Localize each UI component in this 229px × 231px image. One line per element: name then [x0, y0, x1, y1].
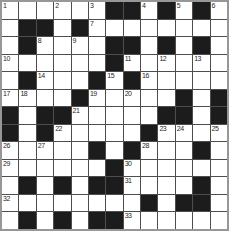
clue-number-8: 8: [38, 37, 41, 45]
cell-r5c3[interactable]: 14: [37, 72, 53, 89]
clue-number-16: 16: [142, 72, 149, 80]
cell-r10c3[interactable]: [37, 160, 53, 177]
black-cell-r3c7: [106, 37, 122, 54]
clue-number-4: 4: [142, 2, 145, 10]
cell-r12c6[interactable]: [89, 195, 105, 212]
cell-r4c8[interactable]: 11: [124, 55, 140, 72]
cell-r4c13[interactable]: [211, 55, 227, 72]
cell-r1c4[interactable]: 2: [54, 2, 70, 19]
cell-r10c11[interactable]: [176, 160, 192, 177]
cell-r13c9[interactable]: [141, 212, 157, 229]
black-cell-r4c7: [106, 55, 122, 72]
cell-r12c10[interactable]: [158, 195, 174, 212]
cell-r3c6[interactable]: [89, 37, 105, 54]
cell-r6c9[interactable]: [141, 90, 157, 107]
black-cell-r11c12: [193, 177, 209, 194]
cell-r3c5[interactable]: 9: [72, 37, 88, 54]
cell-r6c3[interactable]: [37, 90, 53, 107]
cell-r6c8[interactable]: 20: [124, 90, 140, 107]
black-cell-r12c11: [176, 195, 192, 212]
black-cell-r6c11: [176, 90, 192, 107]
clue-number-29: 29: [3, 160, 10, 168]
cell-r8c8[interactable]: [124, 125, 140, 142]
black-cell-r1c10: [158, 2, 174, 19]
black-cell-r9c8: [124, 142, 140, 159]
cell-r3c9[interactable]: [141, 37, 157, 54]
cell-r11c5[interactable]: [72, 177, 88, 194]
black-cell-r13c4: [54, 212, 70, 229]
black-cell-r6c13: [211, 90, 227, 107]
cell-r8c13[interactable]: 25: [211, 125, 227, 142]
clue-number-25: 25: [212, 125, 219, 133]
cell-r12c5[interactable]: [72, 195, 88, 212]
cell-r1c2[interactable]: [19, 2, 35, 19]
clue-number-24: 24: [177, 125, 184, 133]
clue-number-23: 23: [159, 125, 166, 133]
cell-r10c6[interactable]: [89, 160, 105, 177]
cell-r11c11[interactable]: [176, 177, 192, 194]
cell-r7c6[interactable]: [89, 107, 105, 124]
black-cell-r11c2: [19, 177, 35, 194]
clue-number-13: 13: [194, 55, 201, 63]
cell-r5c1[interactable]: [2, 72, 18, 89]
cell-r4c6[interactable]: [89, 55, 105, 72]
cell-r9c5[interactable]: [72, 142, 88, 159]
cell-r13c3[interactable]: [37, 212, 53, 229]
cell-r12c1[interactable]: 32: [2, 195, 18, 212]
cell-r5c4[interactable]: [54, 72, 70, 89]
black-cell-r8c9: [141, 125, 157, 142]
cell-r11c10[interactable]: [158, 177, 174, 194]
black-cell-r1c7: [106, 2, 122, 19]
cell-r7c5[interactable]: 21: [72, 107, 88, 124]
cell-r4c11[interactable]: [176, 55, 192, 72]
cell-r9c1[interactable]: 26: [2, 142, 18, 159]
cell-r6c6[interactable]: 19: [89, 90, 105, 107]
black-cell-r3c2: [19, 37, 35, 54]
black-cell-r6c5: [72, 90, 88, 107]
cell-r10c8[interactable]: 30: [124, 160, 140, 177]
cell-r7c7[interactable]: [106, 107, 122, 124]
cell-r10c12[interactable]: [193, 160, 209, 177]
black-cell-r5c6: [89, 72, 105, 89]
cell-r2c6[interactable]: 7: [89, 20, 105, 37]
clue-number-18: 18: [20, 90, 27, 98]
black-cell-r13c7: [106, 212, 122, 229]
cell-r8c2[interactable]: [19, 125, 35, 142]
black-cell-r12c9: [141, 195, 157, 212]
cell-r12c7[interactable]: [106, 195, 122, 212]
black-cell-r7c10: [158, 107, 174, 124]
clue-number-6: 6: [212, 2, 215, 10]
cell-r13c13[interactable]: [211, 212, 227, 229]
black-cell-r11c4: [54, 177, 70, 194]
clue-number-14: 14: [38, 72, 45, 80]
clue-number-3: 3: [90, 2, 93, 10]
cell-r8c5[interactable]: [72, 125, 88, 142]
black-cell-r3c8: [124, 37, 140, 54]
clue-number-5: 5: [177, 2, 180, 10]
clue-number-31: 31: [125, 177, 132, 185]
clue-number-12: 12: [159, 55, 166, 63]
black-cell-r7c11: [176, 107, 192, 124]
cell-r7c2[interactable]: [19, 107, 35, 124]
cell-r4c2[interactable]: [19, 55, 35, 72]
black-cell-r9c6: [89, 142, 105, 159]
cell-r10c4[interactable]: [54, 160, 70, 177]
cell-r2c12[interactable]: [193, 20, 209, 37]
cell-r6c7[interactable]: [106, 90, 122, 107]
cell-r13c12[interactable]: [193, 212, 209, 229]
clue-number-2: 2: [55, 2, 58, 10]
cell-r11c9[interactable]: [141, 177, 157, 194]
cell-r2c11[interactable]: [176, 20, 192, 37]
cell-r9c10[interactable]: [158, 142, 174, 159]
cell-r10c1[interactable]: 29: [2, 160, 18, 177]
black-cell-r5c2: [19, 72, 35, 89]
black-cell-r3c12: [193, 37, 209, 54]
black-cell-r11c7: [106, 177, 122, 194]
cell-r8c10[interactable]: 23: [158, 125, 174, 142]
cell-r4c1[interactable]: 10: [2, 55, 18, 72]
black-cell-r7c13: [211, 107, 227, 124]
cell-r2c8[interactable]: [124, 20, 140, 37]
clue-number-28: 28: [142, 142, 149, 150]
cell-r13c11[interactable]: [176, 212, 192, 229]
clue-number-19: 19: [90, 90, 97, 98]
black-cell-r10c7: [106, 160, 122, 177]
cell-r13c1[interactable]: [2, 212, 18, 229]
cell-r8c7[interactable]: [106, 125, 122, 142]
cell-r5c11[interactable]: [176, 72, 192, 89]
cell-r10c10[interactable]: [158, 160, 174, 177]
black-cell-r1c8: [124, 2, 140, 19]
cell-r6c12[interactable]: [193, 90, 209, 107]
cell-r1c1[interactable]: 1: [2, 2, 18, 19]
clue-number-9: 9: [73, 37, 76, 45]
clue-number-22: 22: [55, 125, 62, 133]
cell-r2c13[interactable]: [211, 20, 227, 37]
cell-r8c6[interactable]: [89, 125, 105, 142]
cell-r1c6[interactable]: 3: [89, 2, 105, 19]
cell-r8c12[interactable]: [193, 125, 209, 142]
black-cell-r11c6: [89, 177, 105, 194]
cell-r10c9[interactable]: [141, 160, 157, 177]
cell-r3c1[interactable]: [2, 37, 18, 54]
cell-r5c13[interactable]: [211, 72, 227, 89]
black-cell-r7c1: [2, 107, 18, 124]
clue-number-27: 27: [38, 142, 45, 150]
cell-r7c12[interactable]: [193, 107, 209, 124]
cell-r6c1[interactable]: 17: [2, 90, 18, 107]
black-cell-r12c12: [193, 195, 209, 212]
clue-number-20: 20: [125, 90, 132, 98]
cell-r5c12[interactable]: [193, 72, 209, 89]
cell-r12c4[interactable]: [54, 195, 70, 212]
cell-r6c10[interactable]: [158, 90, 174, 107]
clue-number-10: 10: [3, 55, 10, 63]
black-cell-r8c1: [2, 125, 18, 142]
black-cell-r1c12: [193, 2, 209, 19]
cell-r1c9[interactable]: 4: [141, 2, 157, 19]
black-cell-r9c12: [193, 142, 209, 159]
cell-r12c3[interactable]: [37, 195, 53, 212]
cell-r10c2[interactable]: [19, 160, 35, 177]
cell-r2c4[interactable]: [54, 20, 70, 37]
cell-r4c10[interactable]: 12: [158, 55, 174, 72]
clue-number-26: 26: [3, 142, 10, 150]
cell-r10c13[interactable]: [211, 160, 227, 177]
cell-r1c11[interactable]: 5: [176, 2, 192, 19]
cell-r3c13[interactable]: [211, 37, 227, 54]
cell-r9c3[interactable]: 27: [37, 142, 53, 159]
cell-r4c4[interactable]: [54, 55, 70, 72]
cell-r5c7[interactable]: 15: [106, 72, 122, 89]
cell-r1c3[interactable]: [37, 2, 53, 19]
clue-number-21: 21: [73, 107, 80, 115]
cell-r2c9[interactable]: [141, 20, 157, 37]
cell-r4c3[interactable]: [37, 55, 53, 72]
cell-r6c2[interactable]: 18: [19, 90, 35, 107]
cell-r4c12[interactable]: 13: [193, 55, 209, 72]
cell-r5c10[interactable]: [158, 72, 174, 89]
black-cell-r7c4: [54, 107, 70, 124]
crossword-board: 1234567891011121314151617181920212223242…: [0, 0, 229, 231]
cell-r9c13[interactable]: [211, 142, 227, 159]
cell-r8c4[interactable]: 22: [54, 125, 70, 142]
black-cell-r2c3: [37, 20, 53, 37]
cell-r2c7[interactable]: [106, 20, 122, 37]
cell-r9c2[interactable]: [19, 142, 35, 159]
cell-r3c11[interactable]: [176, 37, 192, 54]
cell-r13c8[interactable]: 33: [124, 212, 140, 229]
cell-r11c3[interactable]: [37, 177, 53, 194]
cell-r10c5[interactable]: [72, 160, 88, 177]
black-cell-r7c3: [37, 107, 53, 124]
cell-r11c8[interactable]: 31: [124, 177, 140, 194]
cell-r1c5[interactable]: [72, 2, 88, 19]
cell-r12c8[interactable]: [124, 195, 140, 212]
clue-number-1: 1: [3, 2, 6, 10]
clue-number-30: 30: [125, 160, 132, 168]
cell-r11c13[interactable]: [211, 177, 227, 194]
cell-r12c13[interactable]: [211, 195, 227, 212]
cell-r3c3[interactable]: 8: [37, 37, 53, 54]
cell-r4c9[interactable]: [141, 55, 157, 72]
cell-r9c9[interactable]: 28: [141, 142, 157, 159]
black-cell-r2c5: [72, 20, 88, 37]
clue-number-17: 17: [3, 90, 10, 98]
crossword-grid: 1234567891011121314151617181920212223242…: [0, 0, 229, 231]
cell-r1c13[interactable]: 6: [211, 2, 227, 19]
cell-r7c8[interactable]: [124, 107, 140, 124]
cell-r7c9[interactable]: [141, 107, 157, 124]
black-cell-r3c10: [158, 37, 174, 54]
cell-r5c9[interactable]: 16: [141, 72, 157, 89]
cell-r8c11[interactable]: 24: [176, 125, 192, 142]
cell-r12c2[interactable]: [19, 195, 35, 212]
cell-r4c5[interactable]: [72, 55, 88, 72]
clue-number-33: 33: [125, 212, 132, 220]
clue-number-7: 7: [90, 20, 93, 28]
black-cell-r2c2: [19, 20, 35, 37]
cell-r2c10[interactable]: [158, 20, 174, 37]
clue-number-32: 32: [3, 195, 10, 203]
cell-r11c1[interactable]: [2, 177, 18, 194]
cell-r9c11[interactable]: [176, 142, 192, 159]
cell-r5c5[interactable]: [72, 72, 88, 89]
cell-r2c1[interactable]: [2, 20, 18, 37]
clue-number-15: 15: [107, 72, 114, 80]
cell-r13c10[interactable]: [158, 212, 174, 229]
black-cell-r13c6: [89, 212, 105, 229]
cell-r3c4[interactable]: [54, 37, 70, 54]
cell-r9c7[interactable]: [106, 142, 122, 159]
black-cell-r5c8: [124, 72, 140, 89]
black-cell-r13c2: [19, 212, 35, 229]
cell-r13c5[interactable]: [72, 212, 88, 229]
cell-r6c4[interactable]: [54, 90, 70, 107]
black-cell-r8c3: [37, 125, 53, 142]
clue-number-11: 11: [125, 55, 131, 63]
cell-r9c4[interactable]: [54, 142, 70, 159]
